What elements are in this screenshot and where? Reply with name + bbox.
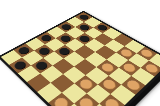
photo-canvas: ●●●●●●●●●●●●●●●●●●●●●●●● — [0, 0, 160, 106]
board-scene: ●●●●●●●●●●●●●●●●●●●●●●●● — [0, 0, 160, 106]
checkers-board: ●●●●●●●●●●●●●●●●●●●●●●●● — [0, 11, 160, 106]
